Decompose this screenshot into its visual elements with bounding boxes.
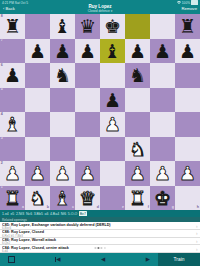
square-b1[interactable]: b♞ — [25, 186, 50, 211]
black-queen[interactable]: ♛ — [79, 14, 96, 39]
square-e5[interactable]: ♟ — [100, 88, 125, 113]
move-token[interactable]: a6 — [44, 212, 48, 216]
rank-label: 1 — [1, 186, 3, 190]
square-a8[interactable]: 8♜ — [0, 14, 25, 39]
step-back-icon[interactable]: ◀ — [101, 257, 105, 263]
move-token[interactable]: 5.O-O — [68, 212, 78, 216]
white-pawn[interactable]: ♟ — [129, 161, 146, 186]
square-e8[interactable]: ♚ — [100, 14, 125, 39]
square-d3[interactable] — [75, 137, 100, 162]
white-king[interactable]: ♚ — [154, 186, 171, 211]
square-h2[interactable]: ♟ — [175, 161, 200, 186]
top-header: 4:21 PM Sat Oct 5 100% ‹ Back Ruy Lopez … — [0, 0, 200, 14]
train-button[interactable]: Train — [158, 253, 200, 266]
chevron-right-icon: › — [196, 247, 198, 252]
square-f4[interactable] — [125, 112, 150, 137]
square-d6[interactable] — [75, 63, 100, 88]
white-pawn[interactable]: ♟ — [54, 161, 71, 186]
bottom-toolbar: ◀ ◀ ▶ Train — [0, 253, 200, 266]
black-knight[interactable]: ♞ — [54, 63, 71, 88]
square-h3[interactable] — [175, 137, 200, 162]
page-dot[interactable] — [104, 247, 106, 249]
file-label: h — [197, 206, 199, 210]
chevron-right-icon: › — [196, 224, 198, 229]
square-f6[interactable]: ♞ — [125, 63, 150, 88]
black-pawn[interactable]: ♟ — [179, 39, 196, 64]
square-f1[interactable]: f♜ — [125, 186, 150, 211]
square-b2[interactable]: ♟ — [25, 161, 50, 186]
move-token[interactable]: 2.Nf3 — [16, 212, 24, 216]
black-pawn[interactable]: ♟ — [104, 88, 121, 113]
black-pawn[interactable]: ♟ — [129, 39, 146, 64]
square-b3[interactable] — [25, 137, 50, 162]
rank-label: 8 — [1, 15, 3, 19]
black-rook[interactable]: ♜ — [179, 14, 196, 39]
rank-label: 6 — [1, 64, 3, 68]
square-f3[interactable]: ♞ — [125, 137, 150, 162]
black-pawn[interactable]: ♟ — [54, 39, 71, 64]
square-g5[interactable] — [150, 88, 175, 113]
remove-button[interactable]: Remove — [181, 6, 197, 11]
chevron-right-icon: › — [196, 231, 198, 236]
black-pawn[interactable]: ♟ — [79, 39, 96, 64]
file-label: f — [148, 206, 149, 210]
square-h8[interactable]: ♜ — [175, 14, 200, 39]
rank-label: 5 — [1, 88, 3, 92]
square-c8[interactable]: ♝ — [50, 14, 75, 39]
square-c4[interactable] — [50, 112, 75, 137]
square-a3[interactable]: 3 — [0, 137, 25, 162]
black-bishop[interactable]: ♝ — [54, 14, 71, 39]
square-g4[interactable] — [150, 112, 175, 137]
black-knight[interactable]: ♞ — [129, 63, 146, 88]
wifi-icon — [177, 1, 181, 4]
black-king[interactable]: ♚ — [104, 14, 121, 39]
square-c2[interactable]: ♟ — [50, 161, 75, 186]
white-knight[interactable]: ♞ — [29, 186, 46, 211]
square-d8[interactable]: ♛ — [75, 14, 100, 39]
move-list-bar[interactable]: 1.e4e52.Nf3Nc63.Bb5a64.Ba4Nf65.O-OBe7 — [0, 210, 200, 217]
white-rook[interactable]: ♜ — [4, 186, 21, 211]
square-g7[interactable]: ♟ — [150, 39, 175, 64]
square-d1[interactable]: d♛ — [75, 186, 100, 211]
square-d7[interactable]: ♟ — [75, 39, 100, 64]
move-token[interactable]: Nf6 — [61, 212, 66, 216]
square-e4[interactable]: ♟ — [100, 112, 125, 137]
white-pawn[interactable]: ♟ — [79, 161, 96, 186]
square-f5[interactable] — [125, 88, 150, 113]
white-bishop[interactable]: ♝ — [54, 186, 71, 211]
rank-label: 2 — [1, 162, 3, 166]
square-e6[interactable] — [100, 63, 125, 88]
rank-label: 4 — [1, 113, 3, 117]
square-g1[interactable]: g♚ — [150, 186, 175, 211]
square-g2[interactable]: ♟ — [150, 161, 175, 186]
square-g6[interactable] — [150, 63, 175, 88]
file-label: a — [22, 206, 24, 210]
move-token[interactable]: 1.e4 — [2, 212, 9, 216]
square-g3[interactable] — [150, 137, 175, 162]
white-rook[interactable]: ♜ — [129, 186, 146, 211]
square-b8[interactable] — [25, 14, 50, 39]
skip-to-start-icon[interactable]: ◀ — [55, 257, 60, 263]
square-c6[interactable]: ♞ — [50, 63, 75, 88]
square-e7[interactable]: ♝ — [100, 39, 125, 64]
black-pawn[interactable]: ♟ — [29, 39, 46, 64]
current-move[interactable]: Be7 — [79, 211, 87, 216]
nav-bar: ‹ Back Ruy Lopez Closed defence ▾ Remove — [0, 5, 200, 14]
black-rook[interactable]: ♜ — [4, 14, 21, 39]
chevron-right-icon: › — [196, 239, 198, 244]
black-pawn[interactable]: ♟ — [4, 63, 21, 88]
square-h7[interactable]: ♟ — [175, 39, 200, 64]
square-c1[interactable]: c♝ — [50, 186, 75, 211]
square-d2[interactable]: ♟ — [75, 161, 100, 186]
white-pawn[interactable]: ♟ — [154, 161, 171, 186]
square-f7[interactable]: ♟ — [125, 39, 150, 64]
square-a4[interactable]: 4♝ — [0, 112, 25, 137]
square-h4[interactable] — [175, 112, 200, 137]
white-pawn[interactable]: ♟ — [104, 112, 121, 137]
file-label: b — [47, 206, 49, 210]
square-a7[interactable]: 7 — [0, 39, 25, 64]
square-f8[interactable] — [125, 14, 150, 39]
white-pawn[interactable]: ♟ — [4, 161, 21, 186]
square-b5[interactable] — [25, 88, 50, 113]
square-a1[interactable]: 1a♜ — [0, 186, 25, 211]
square-b7[interactable]: ♟ — [25, 39, 50, 64]
square-e3[interactable] — [100, 137, 125, 162]
square-f2[interactable]: ♟ — [125, 161, 150, 186]
square-a6[interactable]: 6♟ — [0, 63, 25, 88]
square-c3[interactable] — [50, 137, 75, 162]
square-g8[interactable] — [150, 14, 175, 39]
square-e1[interactable]: e — [100, 186, 125, 211]
page-dot[interactable] — [101, 247, 103, 249]
square-h1[interactable]: h — [175, 186, 200, 211]
white-pawn[interactable]: ♟ — [179, 161, 196, 186]
opening-row[interactable]: C86: Ruy Lopez, Worrall attack6.Qe2› — [0, 238, 200, 246]
chess-board: 8♜♝♛♚♜7♟♟♟♝♟♟♟6♟♞♞5♟4♝♟3♞2♟♟♟♟♟♟♟1a♜b♞c♝… — [0, 14, 200, 210]
white-bishop[interactable]: ♝ — [4, 112, 21, 137]
square-d5[interactable] — [75, 88, 100, 113]
battery-percent: 100% — [182, 1, 190, 5]
black-pawn[interactable]: ♟ — [154, 39, 171, 64]
status-time: 4:21 PM Sat Oct 5 — [2, 1, 28, 5]
move-token[interactable]: 3.Bb5 — [34, 212, 43, 216]
square-b6[interactable] — [25, 63, 50, 88]
white-knight[interactable]: ♞ — [129, 137, 146, 162]
page-dot[interactable] — [94, 247, 96, 249]
flip-board-icon[interactable] — [8, 256, 15, 263]
step-forward-icon[interactable]: ▶ — [146, 257, 150, 263]
file-label: e — [122, 206, 124, 210]
square-h6[interactable] — [175, 63, 200, 88]
white-pawn[interactable]: ♟ — [29, 161, 46, 186]
page-indicator — [94, 247, 105, 249]
square-b4[interactable] — [25, 112, 50, 137]
square-a5[interactable]: 5 — [0, 88, 25, 113]
square-c5[interactable] — [50, 88, 75, 113]
move-token[interactable]: e5 — [10, 212, 14, 216]
move-token[interactable]: 4.Ba4 — [50, 212, 59, 216]
opening-row[interactable]: C85: Ruy Lopez, Exchange variation doubl… — [0, 222, 200, 230]
square-a2[interactable]: 2♟ — [0, 161, 25, 186]
rank-label: 3 — [1, 137, 3, 141]
opening-row[interactable]: C88: Ruy Lopez, Closed6.Re1 b5 7.Bb3› — [0, 230, 200, 238]
file-label: d — [97, 206, 99, 210]
white-queen[interactable]: ♛ — [79, 186, 96, 211]
move-token[interactable]: Nc6 — [26, 212, 32, 216]
rank-label: 7 — [1, 39, 3, 43]
file-label: c — [72, 206, 74, 210]
square-h5[interactable] — [175, 88, 200, 113]
square-c7[interactable]: ♟ — [50, 39, 75, 64]
page-dot[interactable] — [98, 247, 100, 249]
black-bishop[interactable]: ♝ — [104, 39, 121, 64]
square-e2[interactable] — [100, 161, 125, 186]
file-label: g — [172, 206, 174, 210]
square-d4[interactable] — [75, 112, 100, 137]
